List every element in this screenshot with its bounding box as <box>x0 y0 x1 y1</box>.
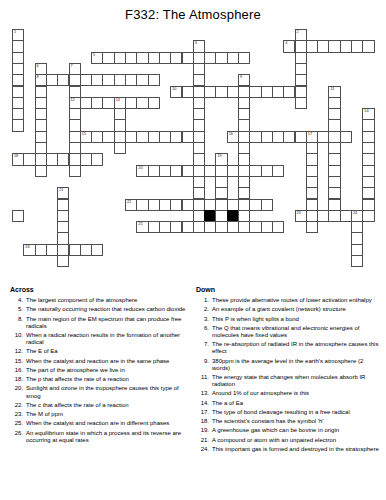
cell-number: 5 <box>93 53 95 57</box>
cell-number: 24 <box>353 211 357 215</box>
clue-number: 26. <box>10 430 26 444</box>
clue-number: 23. <box>10 411 26 418</box>
clue-item: 22.The c that affects the rate of a reac… <box>10 402 192 409</box>
cell-number: 23 <box>297 211 301 215</box>
cell-number: 22 <box>127 200 131 204</box>
clue-text: The type of bond cleavage resulting in a… <box>212 409 382 416</box>
clue-text: This P is when light splits a bond <box>212 316 382 323</box>
cell-number: 26 <box>25 245 29 249</box>
cell-number: 10 <box>172 87 176 91</box>
grid-cell[interactable] <box>148 74 160 86</box>
clue-item: 20.Sunlight and ozone in the troposphere… <box>10 385 192 399</box>
grid-cell[interactable] <box>12 210 24 222</box>
clue-text: This important gas is formed and destroy… <box>212 446 382 453</box>
cell-number: 12 <box>71 98 75 102</box>
cell-number: 20 <box>138 166 142 170</box>
down-clues-section: Down 1.These provide alternative routes … <box>196 286 382 455</box>
clue-number: 12. <box>10 348 26 355</box>
across-clues-list: 4.The largest component of the atmospher… <box>10 297 192 444</box>
cell-number: 18 <box>14 154 18 158</box>
down-header: Down <box>196 286 382 293</box>
clue-text: The scientist's constant has the symbol … <box>212 418 382 425</box>
cell-number: 15 <box>82 132 86 136</box>
clue-text: A greenhouse gas which can be bovine in … <box>212 427 382 434</box>
clue-number: 18. <box>196 418 212 425</box>
clue-number: 20. <box>10 385 26 399</box>
clue-number: 8. <box>10 316 26 330</box>
clue-text: When the catalyst and reaction are in di… <box>26 420 192 427</box>
clue-text: The a of Ea <box>212 400 382 407</box>
down-clues-list: 1.These provide alternative routes of lo… <box>196 297 382 453</box>
clue-text: The p that affects the rate of a reactio… <box>26 376 192 383</box>
clue-number: 16. <box>10 367 26 374</box>
clue-number: 14. <box>196 400 212 407</box>
clue-item: 2.An example of a giant covalent (networ… <box>196 306 382 313</box>
clue-text: When the catalyst and reaction are in th… <box>26 358 192 365</box>
cell-number: 13 <box>116 98 120 102</box>
grid-cell[interactable] <box>148 97 160 109</box>
grid-cell[interactable] <box>261 199 273 211</box>
clue-item: 3.This P is when light splits a bond <box>196 316 382 323</box>
clue-item: 24.This important gas is formed and dest… <box>196 446 382 453</box>
clue-item: 18.The p that affects the rate of a reac… <box>10 376 192 383</box>
grid-cell[interactable] <box>12 119 24 131</box>
clue-text: When a radical reaction results in the f… <box>26 332 192 346</box>
cell-number: 14 <box>364 109 368 113</box>
clue-item: 6.The Q that means vibrational and elect… <box>196 325 382 339</box>
grid-cell[interactable] <box>351 255 363 267</box>
clue-item: 11.The energy state that changes when mo… <box>196 374 382 388</box>
grid-cell[interactable] <box>35 165 47 177</box>
clue-item: 23.The M of ppm <box>10 411 192 418</box>
clue-number: 24. <box>196 446 212 453</box>
clue-item: 16.The part of the atmosphere we live in <box>10 367 192 374</box>
clue-number: 19. <box>196 427 212 434</box>
clue-text: A compound or atom with an unpaired elec… <box>212 437 382 444</box>
cell-number: 19 <box>217 154 221 158</box>
clue-number: 22. <box>10 402 26 409</box>
clue-text: The Q that means vibrational and electro… <box>212 325 382 339</box>
clue-text: The E of Ea <box>26 348 192 355</box>
clue-text: Around 1% of our atmosphere is this <box>212 390 382 397</box>
clue-number: 3. <box>196 316 212 323</box>
clue-text: Sunlight and ozone in the troposphere ca… <box>26 385 192 399</box>
clue-item: 1.These provide alternative routes of lo… <box>196 297 382 304</box>
clue-number: 6. <box>196 325 212 339</box>
cell-number: 16 <box>229 132 233 136</box>
grid-cell[interactable] <box>91 244 103 256</box>
clue-number: 18. <box>10 376 26 383</box>
across-clues-section: Across 4.The largest component of the at… <box>10 286 192 446</box>
clue-number: 1. <box>196 297 212 304</box>
cell-number: 7 <box>71 64 73 68</box>
grid-cell[interactable] <box>238 52 250 64</box>
cell-number: 4 <box>285 41 287 45</box>
cell-number: 6 <box>37 64 39 68</box>
clue-number: 17. <box>196 409 212 416</box>
clue-number: 10. <box>10 332 26 346</box>
cell-number: 1 <box>14 30 16 34</box>
clue-number: 13. <box>196 390 212 397</box>
grid-cell[interactable] <box>340 131 352 143</box>
grid-cell[interactable] <box>57 255 69 267</box>
grid-cell[interactable] <box>272 221 284 233</box>
clue-item: 25.When the catalyst and reaction are in… <box>10 420 192 427</box>
clue-text: 380ppm is the average level in the earth… <box>212 358 382 372</box>
cell-number: 25 <box>138 222 142 226</box>
clue-text: The naturally occurring reaction that re… <box>26 306 192 313</box>
clue-number: 9. <box>196 358 212 372</box>
grid-cell[interactable] <box>295 97 307 109</box>
clue-number: 5. <box>10 306 26 313</box>
clue-item: 15.When the catalyst and reaction are in… <box>10 358 192 365</box>
clue-text: These provide alternative routes of lowe… <box>212 297 382 304</box>
clue-item: 12.The E of Ea <box>10 348 192 355</box>
cell-number: 17 <box>308 132 312 136</box>
grid-cell[interactable] <box>362 40 374 52</box>
clue-number: 15. <box>10 358 26 365</box>
clue-text: The main region of the EM spectrum that … <box>26 316 192 330</box>
clue-text: An equilibrium state in which a process … <box>26 430 192 444</box>
clue-item: 17.The type of bond cleavage resulting i… <box>196 409 382 416</box>
clue-item: 13.Around 1% of our atmosphere is this <box>196 390 382 397</box>
clue-item: 19.A greenhouse gas which can be bovine … <box>196 427 382 434</box>
clue-text: An example of a giant covalent (network)… <box>212 306 382 313</box>
cell-number: 3 <box>195 41 197 45</box>
clue-text: The M of ppm <box>26 411 192 418</box>
grid-cell[interactable] <box>272 165 284 177</box>
clue-number: 7. <box>196 341 212 355</box>
clue-item: 5.The naturally occurring reaction that … <box>10 306 192 313</box>
cell-number: 11 <box>330 87 334 91</box>
crossword-grid[interactable]: 1234567891011121314151617181920212223242… <box>0 0 386 272</box>
clue-item: 4.The largest component of the atmospher… <box>10 297 192 304</box>
clue-number: 4. <box>10 297 26 304</box>
clue-item: 8.The main region of the EM spectrum tha… <box>10 316 192 330</box>
clue-number: 2. <box>196 306 212 313</box>
clue-item: 9.380ppm is the average level in the ear… <box>196 358 382 372</box>
clue-text: The largest component of the atmosphere <box>26 297 192 304</box>
clue-number: 21. <box>196 437 212 444</box>
across-header: Across <box>10 286 192 293</box>
clue-text: The c that affects the rate of a reactio… <box>26 402 192 409</box>
grid-cell[interactable] <box>114 142 126 154</box>
clue-text: The energy state that changes when molec… <box>212 374 382 388</box>
cell-number: 9 <box>240 75 242 79</box>
clue-item: 18.The scientist's constant has the symb… <box>196 418 382 425</box>
clue-item: 21.A compound or atom with an unpaired e… <box>196 437 382 444</box>
grid-cell[interactable] <box>91 153 103 165</box>
clue-item: 26.An equilibrium state in which a proce… <box>10 430 192 444</box>
cell-number: 21 <box>59 188 63 192</box>
clue-number: 11. <box>196 374 212 388</box>
clue-text: The part of the atmosphere we live in <box>26 367 192 374</box>
cell-number: 8 <box>37 75 39 79</box>
clue-text: The re-absorption of radiated IR in the … <box>212 341 382 355</box>
clue-number: 25. <box>10 420 26 427</box>
clue-item: 7.The re-absorption of radiated IR in th… <box>196 341 382 355</box>
clue-item: 14.The a of Ea <box>196 400 382 407</box>
grid-cell[interactable] <box>306 221 318 233</box>
grid-cell[interactable] <box>362 210 374 222</box>
grid-cell[interactable] <box>69 165 81 177</box>
clue-item: 10.When a radical reaction results in th… <box>10 332 192 346</box>
cell-number: 2 <box>297 30 299 34</box>
